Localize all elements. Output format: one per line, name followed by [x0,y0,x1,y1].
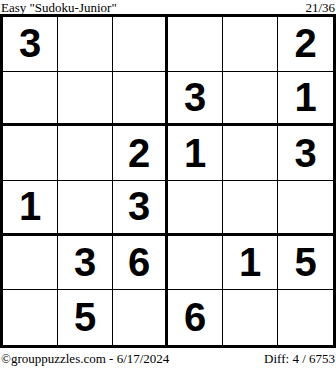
cell-r4c2[interactable] [58,181,113,236]
cell-r5c5[interactable]: 1 [223,236,278,291]
cell-r3c3[interactable]: 2 [113,126,168,181]
cell-r6c4[interactable]: 6 [168,290,223,345]
cell-r1c2[interactable] [58,17,113,72]
cell-r3c5[interactable] [223,126,278,181]
cell-r6c3[interactable] [113,290,168,345]
cell-r2c6[interactable]: 1 [278,72,333,127]
footer: ©grouppuzzles.com - 6/17/2024 Diff: 4 / … [0,348,336,370]
cell-r6c6[interactable] [278,290,333,345]
cell-r2c5[interactable] [223,72,278,127]
cell-r5c3[interactable]: 6 [113,236,168,291]
puzzle-title: Easy "Sudoku-Junior" [1,1,117,14]
cell-r2c4[interactable]: 3 [168,72,223,127]
cell-r4c6[interactable] [278,181,333,236]
cell-r5c1[interactable] [3,236,58,291]
cell-r4c3[interactable]: 3 [113,181,168,236]
cell-r2c3[interactable] [113,72,168,127]
cell-r5c2[interactable]: 3 [58,236,113,291]
cell-r6c1[interactable] [3,290,58,345]
cell-r4c1[interactable]: 1 [3,181,58,236]
puzzle-page: Easy "Sudoku-Junior" 21/36 3 2 3 1 2 1 3… [0,0,336,370]
copyright-credit: ©grouppuzzles.com - 6/17/2024 [1,351,169,367]
cell-r2c1[interactable] [3,72,58,127]
cell-r1c6[interactable]: 2 [278,17,333,72]
difficulty-rating: Diff: 4 / 6753 [264,351,335,367]
cell-r6c2[interactable]: 5 [58,290,113,345]
cell-r1c3[interactable] [113,17,168,72]
cell-r3c4[interactable]: 1 [168,126,223,181]
cell-r1c5[interactable] [223,17,278,72]
cell-r1c4[interactable] [168,17,223,72]
cell-r4c4[interactable] [168,181,223,236]
cell-r3c1[interactable] [3,126,58,181]
cell-r4c5[interactable] [223,181,278,236]
cell-r5c4[interactable] [168,236,223,291]
blank-counter: 21/36 [305,1,335,14]
cell-r3c6[interactable]: 3 [278,126,333,181]
cell-r2c2[interactable] [58,72,113,127]
sudoku-grid: 3 2 3 1 2 1 3 1 3 3 6 1 5 5 [0,14,336,348]
cell-r5c6[interactable]: 5 [278,236,333,291]
cell-r1c1[interactable]: 3 [3,17,58,72]
cell-r6c5[interactable] [223,290,278,345]
cell-r3c2[interactable] [58,126,113,181]
header: Easy "Sudoku-Junior" 21/36 [0,0,336,14]
